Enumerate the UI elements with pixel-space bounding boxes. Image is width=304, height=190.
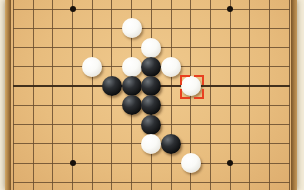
grid-line-horizontal [13,9,290,10]
white-stone [161,57,181,77]
white-stone [141,38,161,58]
grid-line-horizontal [13,182,290,183]
star-point [70,6,76,12]
black-stone [141,76,161,96]
board-layer[interactable] [0,0,304,190]
grid-line-horizontal [13,28,290,29]
black-stone [141,57,161,77]
white-stone [82,57,102,77]
white-stone [122,18,142,38]
white-stone [181,153,201,173]
star-point [70,160,76,166]
black-stone [102,76,122,96]
white-stone [141,134,161,154]
black-stone [161,134,181,154]
black-stone [141,95,161,115]
black-stone [122,76,142,96]
star-point [227,160,233,166]
star-point [227,6,233,12]
black-stone [122,95,142,115]
white-stone [122,57,142,77]
white-stone [181,76,201,96]
black-stone [141,115,161,135]
grid-line-horizontal [13,163,290,164]
